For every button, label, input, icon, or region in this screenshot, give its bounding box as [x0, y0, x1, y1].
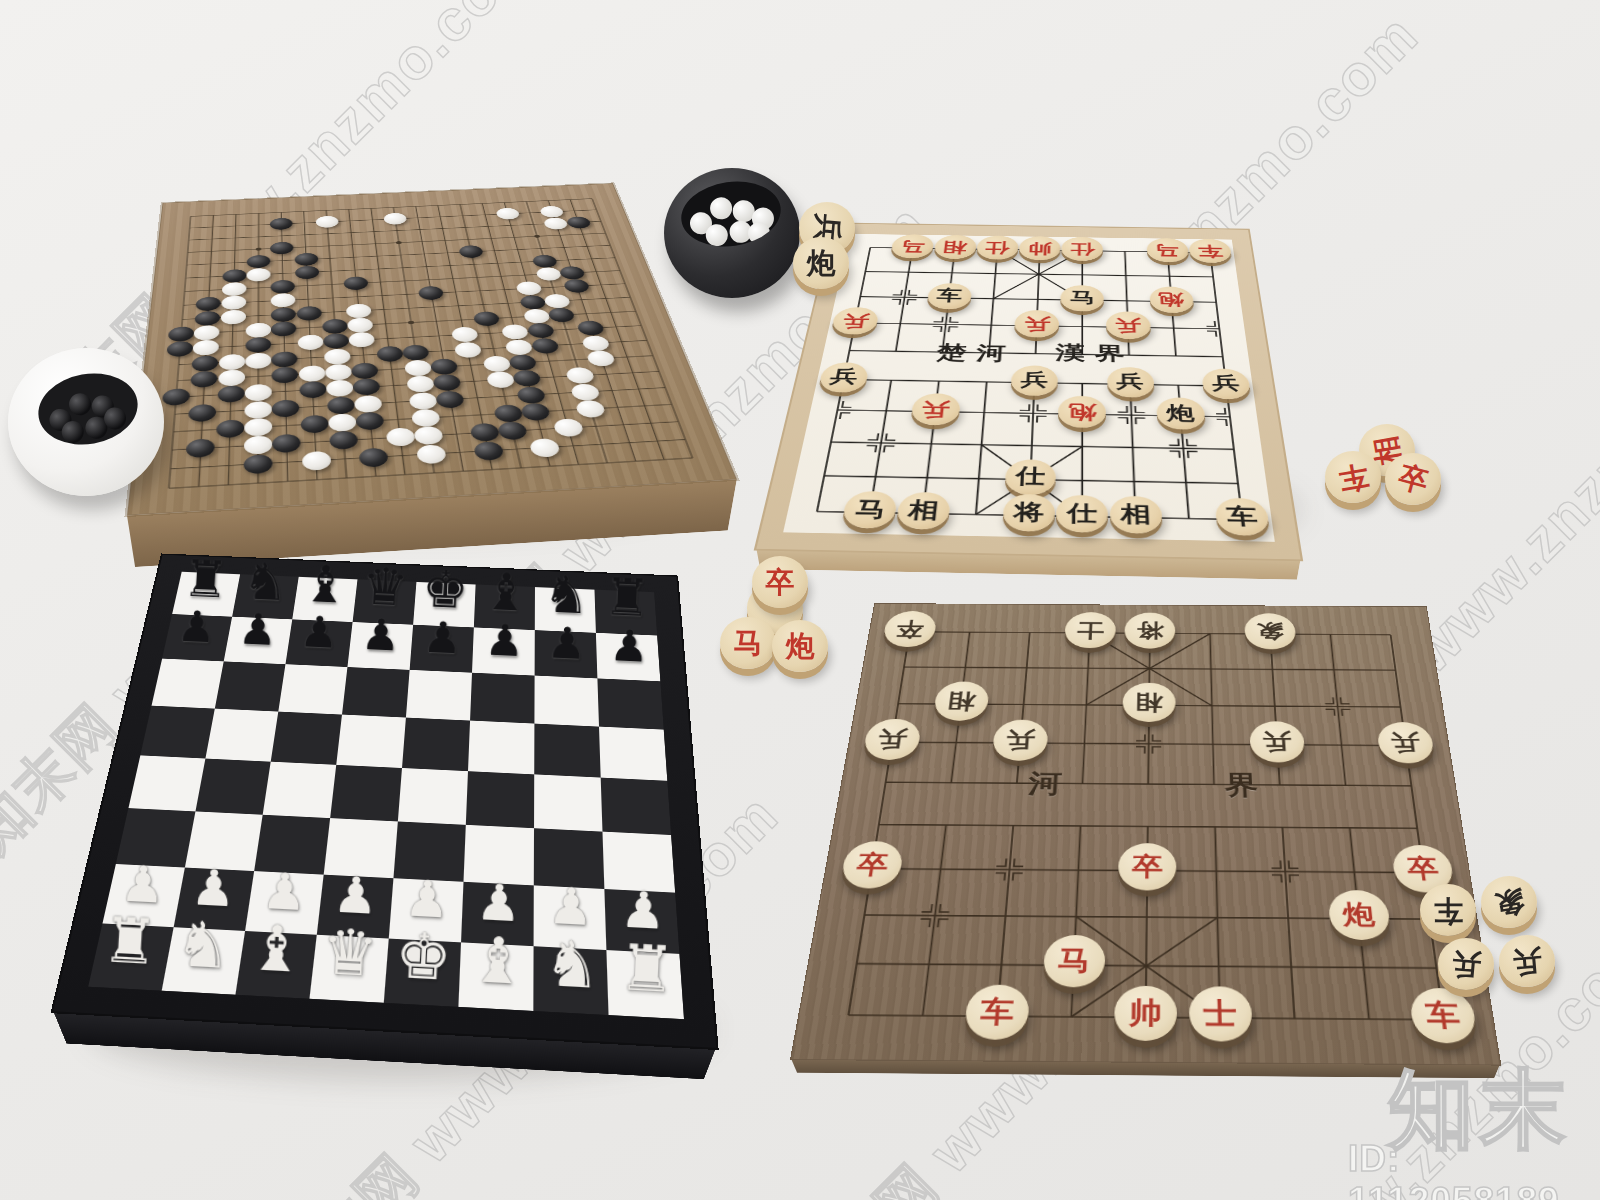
chess-piece-p[interactable]: ♟	[546, 621, 587, 666]
xiangqi-piece-兵[interactable]: 兵	[1201, 368, 1251, 399]
loose-piece-卒[interactable]: 卒	[752, 556, 808, 608]
xiangqi-piece-label: 将	[1013, 501, 1044, 523]
chess-piece-P[interactable]: ♟	[261, 866, 308, 918]
white-go-bowl[interactable]	[8, 348, 164, 496]
chess-piece-P[interactable]: ♟	[119, 858, 166, 910]
xiangqi-piece-车[interactable]: 车	[1214, 498, 1270, 536]
xiangqi-piece-label: 兵	[1116, 373, 1144, 391]
xiangqi-piece-label: 帅	[1027, 241, 1052, 255]
chess-board-frame: ♜♞♝♛♚♝♞♜♟♟♟♟♟♟♟♟♟♟♟♟♟♟♟♟♜♞♝♛♚♝♞♜	[53, 555, 716, 1048]
go-board-surface	[127, 183, 737, 515]
chess-piece-b[interactable]: ♝	[301, 558, 349, 611]
xiangqi-piece-兵[interactable]: 兵	[1106, 367, 1154, 398]
chess-piece-P[interactable]: ♟	[332, 869, 379, 921]
chess-piece-b[interactable]: ♝	[482, 566, 530, 619]
loose-piece-label: 兵	[1450, 948, 1481, 979]
xiangqi-piece-label: 兵	[841, 313, 870, 329]
xiangqi-piece-label: 将	[1136, 621, 1163, 640]
xiangqi-piece-兵[interactable]: 兵	[1010, 365, 1058, 396]
loose-piece-象[interactable]: 象	[1481, 876, 1537, 928]
xiangqi-piece-label: 兵	[1005, 729, 1036, 751]
xiangqi-piece-将[interactable]: 将	[1002, 494, 1055, 532]
xiangqi-piece-label: 车	[936, 288, 963, 304]
xiangqi-piece-炮[interactable]: 炮	[1058, 396, 1106, 429]
chess-piece-N[interactable]: ♞	[173, 913, 232, 979]
xiangqi-piece-label: 炮	[1158, 292, 1185, 308]
black-go-bowl[interactable]	[664, 168, 800, 298]
loose-piece-label: 卒	[1395, 461, 1431, 497]
chess-piece-p[interactable]: ♟	[299, 610, 340, 655]
xiangqi-piece-label: 车	[1197, 244, 1223, 258]
chess-piece-k[interactable]: ♚	[421, 563, 469, 616]
black-bowl-opening-white-stones	[677, 175, 785, 252]
loose-piece-车[interactable]: 车	[1325, 451, 1381, 503]
xiangqi-piece-相[interactable]: 相	[1109, 496, 1162, 534]
chess-piece-N[interactable]: ♞	[542, 932, 602, 998]
xiangqi-piece-label: 兵	[1115, 317, 1142, 334]
xiangqi-piece-仕[interactable]: 仕	[1004, 459, 1056, 495]
chess-piece-B[interactable]: ♝	[468, 928, 527, 994]
go-grid-lines	[128, 184, 735, 515]
loose-piece-马[interactable]: 马	[720, 617, 776, 669]
xiangqi-piece-label: 相	[942, 240, 968, 254]
xiangqi-light-surface: 楚河 漢界 马相仕帅仕马车车马炮兵兵兵兵兵兵兵兵炮炮仕马相将仕相车	[783, 234, 1275, 542]
scene: 知末网 www.znzmo.com 知末网 www.znzmo.com 知末网 …	[0, 0, 1600, 1200]
xiangqi-piece-仕[interactable]: 仕	[1061, 237, 1103, 261]
xiangqi-piece-label: 炮	[1068, 402, 1096, 421]
loose-piece-label: 兵	[1511, 945, 1542, 976]
chess-piece-R[interactable]: ♜	[101, 909, 160, 974]
loose-piece-label: 炮	[786, 632, 815, 661]
loose-piece-卒[interactable]: 卒	[1385, 453, 1441, 505]
loose-piece-label: 马	[734, 629, 763, 658]
chess-piece-n[interactable]: ♞	[241, 556, 289, 609]
chess-piece-p[interactable]: ♟	[609, 623, 650, 668]
chess-piece-n[interactable]: ♞	[542, 569, 590, 622]
chess-piece-p[interactable]: ♟	[484, 618, 525, 663]
xiangqi-piece-label: 象	[1256, 621, 1284, 640]
white-stone-in-bowl	[704, 223, 729, 248]
xiangqi-piece-label: 兵	[1023, 315, 1050, 331]
xiangqi-piece-label: 仕	[985, 240, 1010, 254]
xiangqi-piece-label: 兵	[1211, 375, 1241, 393]
xiangqi-piece-label: 兵	[829, 368, 860, 386]
xiangqi-piece-仕[interactable]: 仕	[1056, 495, 1108, 533]
xiangqi-grid-lines	[783, 234, 1275, 542]
xiangqi-piece-label: 仕	[1067, 502, 1098, 524]
chess-piece-P[interactable]: ♟	[475, 877, 522, 929]
loose-piece-炮[interactable]: 炮	[793, 237, 849, 289]
chess-board[interactable]: ♜♞♝♛♚♝♞♜♟♟♟♟♟♟♟♟♟♟♟♟♟♟♟♟♜♞♝♛♚♝♞♜	[53, 555, 716, 1048]
white-stone-in-bowl	[709, 196, 734, 221]
chess-piece-P[interactable]: ♟	[547, 880, 594, 933]
xiangqi-piece-label: 兵	[920, 400, 950, 419]
loose-piece-label: 车	[1434, 896, 1463, 925]
xiangqi-piece-label: 士	[1076, 620, 1104, 639]
chess-piece-P[interactable]: ♟	[190, 862, 237, 914]
chess-piece-p[interactable]: ♟	[176, 604, 217, 648]
xiangqi-piece-label: 马	[1070, 290, 1096, 306]
chess-piece-P[interactable]: ♟	[403, 873, 450, 925]
chess-piece-K[interactable]: ♚	[394, 924, 453, 990]
xiangqi-piece-兵[interactable]: 兵	[909, 393, 960, 425]
xiangqi-piece-马[interactable]: 马	[841, 491, 898, 529]
go-board[interactable]	[127, 183, 737, 515]
xiangqi-dark-surface: 河 界 卒士将象相相兵兵兵兵卒卒卒炮马车帅士车	[791, 604, 1500, 1065]
xiangqi-piece-label: 马	[853, 498, 887, 520]
xiangqi-piece-炮[interactable]: 炮	[1156, 397, 1206, 430]
loose-piece-炮[interactable]: 炮	[772, 620, 828, 672]
chess-piece-r[interactable]: ♜	[182, 553, 230, 606]
xiangqi-piece-label: 马	[1155, 243, 1180, 257]
xiangqi-piece-相[interactable]: 相	[895, 492, 951, 530]
item-id: ID: 1112058189	[1348, 1138, 1600, 1200]
black-stone-in-bowl	[67, 392, 92, 417]
white-bowl-opening-black-stones	[33, 366, 144, 452]
chess-piece-q[interactable]: ♛	[361, 561, 409, 614]
xiangqi-piece-label: 相	[1120, 503, 1151, 526]
chess-piece-p[interactable]: ♟	[237, 607, 278, 651]
xiangqi-piece-label: 仕	[1015, 466, 1045, 487]
chess-piece-B[interactable]: ♝	[247, 916, 306, 982]
loose-piece-label: 卒	[766, 568, 795, 597]
xiangqi-piece-label: 兵	[876, 728, 908, 750]
loose-piece-label: 炮	[807, 249, 836, 278]
chess-piece-R[interactable]: ♜	[617, 936, 677, 1002]
chess-piece-Q[interactable]: ♛	[320, 920, 379, 986]
xiangqi-piece-label: 车	[1225, 505, 1258, 528]
loose-piece-兵[interactable]: 兵	[1438, 938, 1494, 990]
loose-piece-兵[interactable]: 兵	[1499, 935, 1555, 987]
loose-piece-label: 象	[1492, 885, 1526, 919]
xiangqi-piece-将[interactable]: 将	[1124, 612, 1175, 648]
xiangqi-piece-label: 卒	[895, 619, 925, 638]
xiangqi-piece-label: 兵	[1020, 371, 1048, 389]
loose-piece-车[interactable]: 车	[1420, 884, 1476, 936]
loose-piece-label: 车	[1336, 460, 1370, 494]
chess-piece-P[interactable]: ♟	[619, 884, 666, 937]
xiangqi-piece-label: 炮	[1166, 404, 1196, 423]
xiangqi-piece-马[interactable]: 马	[1060, 285, 1104, 312]
xiangqi-board-dark[interactable]: 河 界 卒士将象相相兵兵兵兵卒卒卒炮马车帅士车	[791, 604, 1500, 1065]
xiangqi-piece-label: 马	[900, 239, 926, 253]
xiangqi-piece-label: 相	[907, 499, 940, 521]
chess-piece-p[interactable]: ♟	[360, 613, 401, 658]
chess-piece-p[interactable]: ♟	[422, 615, 463, 660]
chess-piece-r[interactable]: ♜	[603, 571, 652, 624]
xiangqi-piece-label: 仕	[1070, 242, 1094, 256]
